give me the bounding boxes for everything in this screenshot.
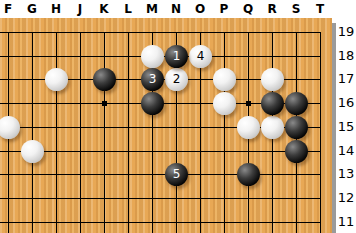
- grid-vline-L: [128, 32, 129, 233]
- stone-black-M16[interactable]: [141, 92, 164, 115]
- column-label-M: M: [143, 1, 161, 17]
- move-number: 5: [173, 163, 181, 186]
- column-label-R: R: [263, 1, 281, 17]
- stone-black-K17[interactable]: [93, 68, 116, 91]
- column-label-F: F: [0, 1, 17, 17]
- stone-black-N18[interactable]: 1: [165, 45, 188, 68]
- grid-vline-J: [80, 32, 81, 233]
- stone-black-S15[interactable]: [285, 116, 308, 139]
- stone-white-P17[interactable]: [213, 68, 236, 91]
- move-number: 2: [173, 68, 181, 91]
- move-number: 3: [149, 68, 157, 91]
- grid-vline-P: [224, 32, 225, 233]
- column-label-O: O: [191, 1, 209, 17]
- stone-black-S14[interactable]: [285, 140, 308, 163]
- column-label-P: P: [215, 1, 233, 17]
- stone-white-H17[interactable]: [45, 68, 68, 91]
- stone-white-P16[interactable]: [213, 92, 236, 115]
- stone-white-Q15[interactable]: [237, 116, 260, 139]
- grid-vline-H: [56, 32, 57, 233]
- row-label-14: 14: [336, 143, 356, 159]
- column-label-G: G: [23, 1, 41, 17]
- column-label-N: N: [167, 1, 185, 17]
- grid-vline-G: [32, 32, 33, 233]
- stone-black-R16[interactable]: [261, 92, 284, 115]
- star-point-Q16: [246, 101, 251, 106]
- star-point-K16: [102, 101, 107, 106]
- stone-white-R15[interactable]: [261, 116, 284, 139]
- column-label-S: S: [287, 1, 305, 17]
- go-diagram: FGHJKLMNOPQRST19181716151413121124315: [0, 0, 356, 233]
- move-number: 1: [173, 45, 181, 68]
- column-label-J: J: [71, 1, 89, 17]
- row-label-13: 13: [336, 166, 356, 182]
- stone-white-M18[interactable]: [141, 45, 164, 68]
- row-label-11: 11: [336, 214, 356, 230]
- column-label-K: K: [95, 1, 113, 17]
- row-label-19: 19: [336, 24, 356, 40]
- column-label-H: H: [47, 1, 65, 17]
- row-label-12: 12: [336, 190, 356, 206]
- stone-black-N13[interactable]: 5: [165, 163, 188, 186]
- column-label-L: L: [119, 1, 137, 17]
- grid-vline-T: [320, 32, 321, 233]
- stone-white-G14[interactable]: [21, 140, 44, 163]
- column-label-Q: Q: [239, 1, 257, 17]
- move-number: 4: [197, 45, 205, 68]
- row-label-16: 16: [336, 95, 356, 111]
- stone-black-Q13[interactable]: [237, 163, 260, 186]
- grid-vline-K: [104, 32, 105, 233]
- stone-black-S16[interactable]: [285, 92, 308, 115]
- stone-black-M17[interactable]: 3: [141, 68, 164, 91]
- row-label-18: 18: [336, 48, 356, 64]
- stone-white-R17[interactable]: [261, 68, 284, 91]
- stone-white-O18[interactable]: 4: [189, 45, 212, 68]
- column-label-T: T: [311, 1, 329, 17]
- row-label-17: 17: [336, 71, 356, 87]
- stone-white-N17[interactable]: 2: [165, 68, 188, 91]
- row-label-15: 15: [336, 119, 356, 135]
